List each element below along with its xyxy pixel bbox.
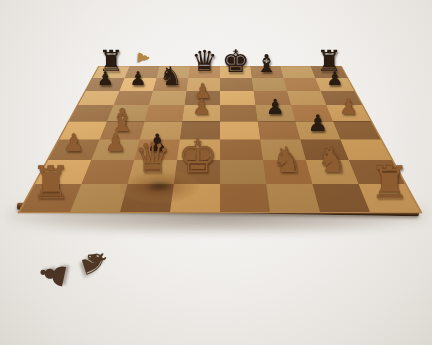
piece-white-rook-a1[interactable]: ♜ (30, 161, 70, 206)
piece-white-pawn-d5[interactable]: ♟ (192, 96, 211, 117)
square-e2[interactable] (220, 160, 266, 184)
piece-white-queen-c2[interactable]: ♛ (134, 138, 171, 179)
piece-black-pawn-g4[interactable]: ♟ (307, 112, 328, 135)
square-e7[interactable] (220, 78, 254, 91)
square-f4[interactable] (258, 121, 301, 139)
square-d1[interactable] (170, 184, 220, 212)
captured-black-pawn: ♟ (34, 257, 72, 293)
square-c5[interactable] (145, 105, 185, 121)
square-h4[interactable] (333, 121, 381, 139)
square-f7[interactable] (252, 78, 287, 91)
square-f1[interactable] (266, 184, 320, 212)
fallen-white-pawn: ♟ (135, 50, 151, 64)
square-e4[interactable] (220, 121, 260, 139)
square-g8[interactable] (280, 66, 315, 78)
piece-black-queen-d8[interactable]: ♛ (191, 48, 217, 77)
piece-black-king-e8[interactable]: ♚ (222, 46, 250, 77)
square-c6[interactable] (149, 91, 186, 105)
piece-black-bishop-f8[interactable]: ♝ (255, 51, 277, 76)
square-b2[interactable] (81, 160, 134, 184)
piece-white-pawn-h5[interactable]: ♟ (339, 96, 358, 117)
piece-black-pawn-f5[interactable]: ♟ (266, 96, 285, 117)
square-e3[interactable] (220, 139, 263, 160)
piece-white-knight-f2[interactable]: ♞ (272, 143, 303, 178)
square-g7[interactable] (284, 78, 321, 91)
piece-black-pawn-h7[interactable]: ♟ (326, 69, 343, 88)
piece-white-pawn-b3[interactable]: ♟ (105, 130, 127, 154)
captured-black-knight: ♞ (75, 243, 116, 281)
square-c1[interactable] (120, 184, 174, 212)
piece-black-pawn-a7[interactable]: ♟ (97, 69, 114, 88)
square-e5[interactable] (220, 105, 258, 121)
square-e1[interactable] (220, 184, 270, 212)
piece-white-rook-h1[interactable]: ♜ (369, 161, 409, 206)
piece-black-pawn-b7[interactable]: ♟ (129, 69, 146, 88)
square-e6[interactable] (220, 91, 255, 105)
square-b1[interactable] (70, 184, 128, 212)
photo-scene: ♜♛♚♝♜♟♟♞♟♟♟♟♟♝♟♟♟♟♛♚♞♞♜♜ ♟ ♞ ♟ (0, 0, 432, 345)
piece-white-pawn-a3[interactable]: ♟ (63, 130, 85, 154)
piece-white-knight-g2[interactable]: ♞ (316, 143, 347, 178)
piece-white-king-d2[interactable]: ♚ (177, 135, 217, 180)
piece-black-knight-c7[interactable]: ♞ (159, 63, 182, 89)
